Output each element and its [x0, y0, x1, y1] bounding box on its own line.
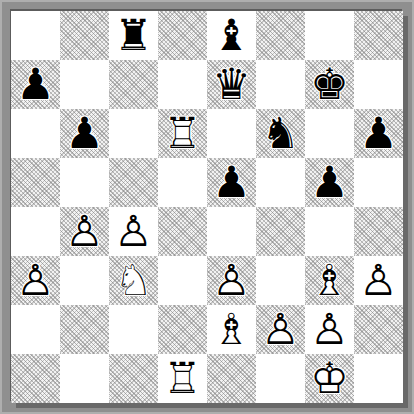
piece-fill-layer: ♜	[158, 354, 207, 403]
piece-outline-layer: ♗	[305, 256, 354, 305]
black-pawn-piece[interactable]: ♟	[11, 60, 60, 109]
piece-outline-layer: ♗	[207, 305, 256, 354]
square-a7[interactable]: ♟	[11, 60, 60, 109]
square-a6[interactable]	[11, 109, 60, 158]
square-c7[interactable]	[109, 60, 158, 109]
white-pawn-piece[interactable]: ♟♙	[354, 256, 403, 305]
piece-outline-layer: ♖	[158, 354, 207, 403]
square-b4[interactable]: ♟♙	[60, 207, 109, 256]
piece-fill-layer: ♟	[256, 305, 305, 354]
square-f6[interactable]: ♞	[256, 109, 305, 158]
black-queen-piece[interactable]: ♛	[207, 60, 256, 109]
square-b3[interactable]	[60, 256, 109, 305]
square-c5[interactable]	[109, 158, 158, 207]
black-pawn-piece[interactable]: ♟	[354, 109, 403, 158]
square-f5[interactable]	[256, 158, 305, 207]
square-g1[interactable]: ♚♔	[305, 354, 354, 403]
piece-outline-layer: ♙	[354, 256, 403, 305]
white-pawn-piece[interactable]: ♟♙	[305, 305, 354, 354]
piece-fill-layer: ♟	[60, 207, 109, 256]
piece-glyph: ♟	[11, 60, 60, 109]
white-bishop-piece[interactable]: ♝♗	[207, 305, 256, 354]
square-f1[interactable]	[256, 354, 305, 403]
white-rook-piece[interactable]: ♜♖	[158, 354, 207, 403]
piece-fill-layer: ♟	[109, 207, 158, 256]
black-pawn-piece[interactable]: ♟	[207, 158, 256, 207]
square-a1[interactable]	[11, 354, 60, 403]
piece-outline-layer: ♙	[256, 305, 305, 354]
black-bishop-piece[interactable]: ♝	[207, 11, 256, 60]
square-e7[interactable]: ♛	[207, 60, 256, 109]
square-g7[interactable]: ♚	[305, 60, 354, 109]
black-knight-piece[interactable]: ♞	[256, 109, 305, 158]
piece-fill-layer: ♟	[11, 256, 60, 305]
piece-outline-layer: ♙	[109, 207, 158, 256]
piece-glyph: ♟	[207, 158, 256, 207]
square-e6[interactable]	[207, 109, 256, 158]
piece-outline-layer: ♔	[305, 354, 354, 403]
piece-glyph: ♜	[109, 11, 158, 60]
piece-glyph: ♟	[354, 109, 403, 158]
piece-fill-layer: ♚	[305, 354, 354, 403]
square-h7[interactable]	[354, 60, 403, 109]
square-c8[interactable]: ♜	[109, 11, 158, 60]
square-e3[interactable]: ♟♙	[207, 256, 256, 305]
square-g5[interactable]: ♟	[305, 158, 354, 207]
white-rook-piece[interactable]: ♜♖	[158, 109, 207, 158]
square-c1[interactable]	[109, 354, 158, 403]
square-f4[interactable]	[256, 207, 305, 256]
square-d2[interactable]	[158, 305, 207, 354]
square-b1[interactable]	[60, 354, 109, 403]
square-a2[interactable]	[11, 305, 60, 354]
square-d8[interactable]	[158, 11, 207, 60]
black-king-piece[interactable]: ♚	[305, 60, 354, 109]
piece-glyph: ♞	[256, 109, 305, 158]
square-c6[interactable]	[109, 109, 158, 158]
square-f3[interactable]	[256, 256, 305, 305]
piece-glyph: ♝	[207, 11, 256, 60]
square-a5[interactable]	[11, 158, 60, 207]
white-pawn-piece[interactable]: ♟♙	[207, 256, 256, 305]
piece-glyph: ♟	[60, 109, 109, 158]
piece-fill-layer: ♟	[354, 256, 403, 305]
piece-glyph: ♟	[305, 158, 354, 207]
piece-glyph: ♚	[305, 60, 354, 109]
square-f2[interactable]: ♟♙	[256, 305, 305, 354]
square-d6[interactable]: ♜♖	[158, 109, 207, 158]
square-e2[interactable]: ♝♗	[207, 305, 256, 354]
square-d3[interactable]	[158, 256, 207, 305]
square-h8[interactable]	[354, 11, 403, 60]
square-h5[interactable]	[354, 158, 403, 207]
square-e8[interactable]: ♝	[207, 11, 256, 60]
square-b8[interactable]	[60, 11, 109, 60]
black-pawn-piece[interactable]: ♟	[60, 109, 109, 158]
square-c2[interactable]	[109, 305, 158, 354]
square-g3[interactable]: ♝♗	[305, 256, 354, 305]
square-c3[interactable]: ♞♘	[109, 256, 158, 305]
square-d5[interactable]	[158, 158, 207, 207]
square-b5[interactable]	[60, 158, 109, 207]
piece-outline-layer: ♖	[158, 109, 207, 158]
black-rook-piece[interactable]: ♜	[109, 11, 158, 60]
square-g8[interactable]	[305, 11, 354, 60]
square-f8[interactable]	[256, 11, 305, 60]
square-e1[interactable]	[207, 354, 256, 403]
white-bishop-piece[interactable]: ♝♗	[305, 256, 354, 305]
piece-outline-layer: ♘	[109, 256, 158, 305]
chess-board: ♜♝♟♛♚♟♜♖♞♟♟♟♟♙♟♙♟♙♞♘♟♙♝♗♟♙♝♗♟♙♟♙♜♖♚♔	[11, 11, 403, 403]
square-a3[interactable]: ♟♙	[11, 256, 60, 305]
square-d1[interactable]: ♜♖	[158, 354, 207, 403]
square-b6[interactable]: ♟	[60, 109, 109, 158]
black-pawn-piece[interactable]: ♟	[305, 158, 354, 207]
piece-outline-layer: ♙	[305, 305, 354, 354]
square-g2[interactable]: ♟♙	[305, 305, 354, 354]
piece-outline-layer: ♙	[11, 256, 60, 305]
square-h1[interactable]	[354, 354, 403, 403]
square-a8[interactable]	[11, 11, 60, 60]
white-pawn-piece[interactable]: ♟♙	[11, 256, 60, 305]
square-h2[interactable]	[354, 305, 403, 354]
piece-fill-layer: ♝	[305, 256, 354, 305]
piece-fill-layer: ♜	[158, 109, 207, 158]
piece-glyph: ♛	[207, 60, 256, 109]
piece-outline-layer: ♙	[60, 207, 109, 256]
square-g4[interactable]	[305, 207, 354, 256]
white-knight-piece[interactable]: ♞♘	[109, 256, 158, 305]
white-pawn-piece[interactable]: ♟♙	[60, 207, 109, 256]
square-e5[interactable]: ♟	[207, 158, 256, 207]
piece-fill-layer: ♟	[305, 305, 354, 354]
square-h6[interactable]: ♟	[354, 109, 403, 158]
square-e4[interactable]	[207, 207, 256, 256]
square-b7[interactable]	[60, 60, 109, 109]
square-h4[interactable]	[354, 207, 403, 256]
piece-fill-layer: ♟	[207, 256, 256, 305]
piece-outline-layer: ♙	[207, 256, 256, 305]
square-g6[interactable]	[305, 109, 354, 158]
square-a4[interactable]	[11, 207, 60, 256]
piece-fill-layer: ♞	[109, 256, 158, 305]
square-f7[interactable]	[256, 60, 305, 109]
white-king-piece[interactable]: ♚♔	[305, 354, 354, 403]
board-frame: ♜♝♟♛♚♟♜♖♞♟♟♟♟♙♟♙♟♙♞♘♟♙♝♗♟♙♝♗♟♙♟♙♜♖♚♔	[0, 0, 414, 414]
white-pawn-piece[interactable]: ♟♙	[256, 305, 305, 354]
square-c4[interactable]: ♟♙	[109, 207, 158, 256]
white-pawn-piece[interactable]: ♟♙	[109, 207, 158, 256]
square-d4[interactable]	[158, 207, 207, 256]
square-b2[interactable]	[60, 305, 109, 354]
square-d7[interactable]	[158, 60, 207, 109]
square-h3[interactable]: ♟♙	[354, 256, 403, 305]
piece-fill-layer: ♝	[207, 305, 256, 354]
